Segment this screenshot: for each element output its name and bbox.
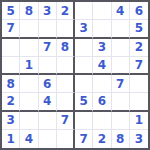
cell-r4c4[interactable] xyxy=(57,57,75,75)
cell-r3c6[interactable]: 3 xyxy=(93,39,111,57)
cell-r2c5[interactable]: 3 xyxy=(75,20,93,38)
cell-r2c4[interactable] xyxy=(57,20,75,38)
cell-r3c8[interactable]: 2 xyxy=(130,39,148,57)
cell-r4c8[interactable]: 7 xyxy=(130,57,148,75)
cell-r8c5[interactable]: 7 xyxy=(75,130,93,148)
cell-r6c3[interactable]: 4 xyxy=(39,93,57,111)
cell-r7c5[interactable] xyxy=(75,112,93,130)
cell-r5c5[interactable] xyxy=(75,75,93,93)
cell-r7c7[interactable] xyxy=(112,112,130,130)
cell-r2c3[interactable] xyxy=(39,20,57,38)
cell-r6c8[interactable] xyxy=(130,93,148,111)
cell-r6c1[interactable]: 2 xyxy=(2,93,20,111)
cell-r8c1[interactable]: 1 xyxy=(2,130,20,148)
cell-r2c1[interactable]: 7 xyxy=(2,20,20,38)
cell-r5c2[interactable] xyxy=(20,75,38,93)
cell-r1c4[interactable]: 2 xyxy=(57,2,75,20)
sudoku-board: 58324673578321478672456371147283 xyxy=(0,0,150,150)
cell-r6c2[interactable] xyxy=(20,93,38,111)
cell-r7c2[interactable] xyxy=(20,112,38,130)
cell-r8c4[interactable] xyxy=(57,130,75,148)
cell-r1c2[interactable]: 8 xyxy=(20,2,38,20)
cell-r7c1[interactable]: 3 xyxy=(2,112,20,130)
cell-r3c2[interactable] xyxy=(20,39,38,57)
cell-r8c8[interactable]: 3 xyxy=(130,130,148,148)
cell-r2c8[interactable]: 5 xyxy=(130,20,148,38)
cell-r6c5[interactable]: 5 xyxy=(75,93,93,111)
cell-r3c4[interactable]: 8 xyxy=(57,39,75,57)
cell-r5c8[interactable] xyxy=(130,75,148,93)
cell-r4c5[interactable] xyxy=(75,57,93,75)
cell-r5c4[interactable] xyxy=(57,75,75,93)
cell-r6c6[interactable]: 6 xyxy=(93,93,111,111)
cell-r4c2[interactable]: 1 xyxy=(20,57,38,75)
cell-r1c8[interactable]: 6 xyxy=(130,2,148,20)
cell-r8c3[interactable] xyxy=(39,130,57,148)
cell-r7c3[interactable] xyxy=(39,112,57,130)
cell-r4c1[interactable] xyxy=(2,57,20,75)
cell-r7c6[interactable] xyxy=(93,112,111,130)
cell-r5c3[interactable]: 6 xyxy=(39,75,57,93)
cell-r8c6[interactable]: 2 xyxy=(93,130,111,148)
cell-r1c5[interactable] xyxy=(75,2,93,20)
cell-r7c8[interactable]: 1 xyxy=(130,112,148,130)
cell-r6c7[interactable] xyxy=(112,93,130,111)
cell-r2c7[interactable] xyxy=(112,20,130,38)
cell-r3c3[interactable]: 7 xyxy=(39,39,57,57)
cell-r5c7[interactable]: 7 xyxy=(112,75,130,93)
cell-r1c3[interactable]: 3 xyxy=(39,2,57,20)
cell-r8c2[interactable]: 4 xyxy=(20,130,38,148)
cell-r6c4[interactable] xyxy=(57,93,75,111)
cell-r4c3[interactable] xyxy=(39,57,57,75)
cell-r5c1[interactable]: 8 xyxy=(2,75,20,93)
cell-r3c1[interactable] xyxy=(2,39,20,57)
cell-r3c5[interactable] xyxy=(75,39,93,57)
cell-r8c7[interactable]: 8 xyxy=(112,130,130,148)
cell-r2c2[interactable] xyxy=(20,20,38,38)
cell-r1c1[interactable]: 5 xyxy=(2,2,20,20)
cell-r2c6[interactable] xyxy=(93,20,111,38)
cell-r7c4[interactable]: 7 xyxy=(57,112,75,130)
cell-r4c6[interactable]: 4 xyxy=(93,57,111,75)
cell-r4c7[interactable] xyxy=(112,57,130,75)
cell-r1c6[interactable] xyxy=(93,2,111,20)
cell-r5c6[interactable] xyxy=(93,75,111,93)
cell-r1c7[interactable]: 4 xyxy=(112,2,130,20)
cell-r3c7[interactable] xyxy=(112,39,130,57)
